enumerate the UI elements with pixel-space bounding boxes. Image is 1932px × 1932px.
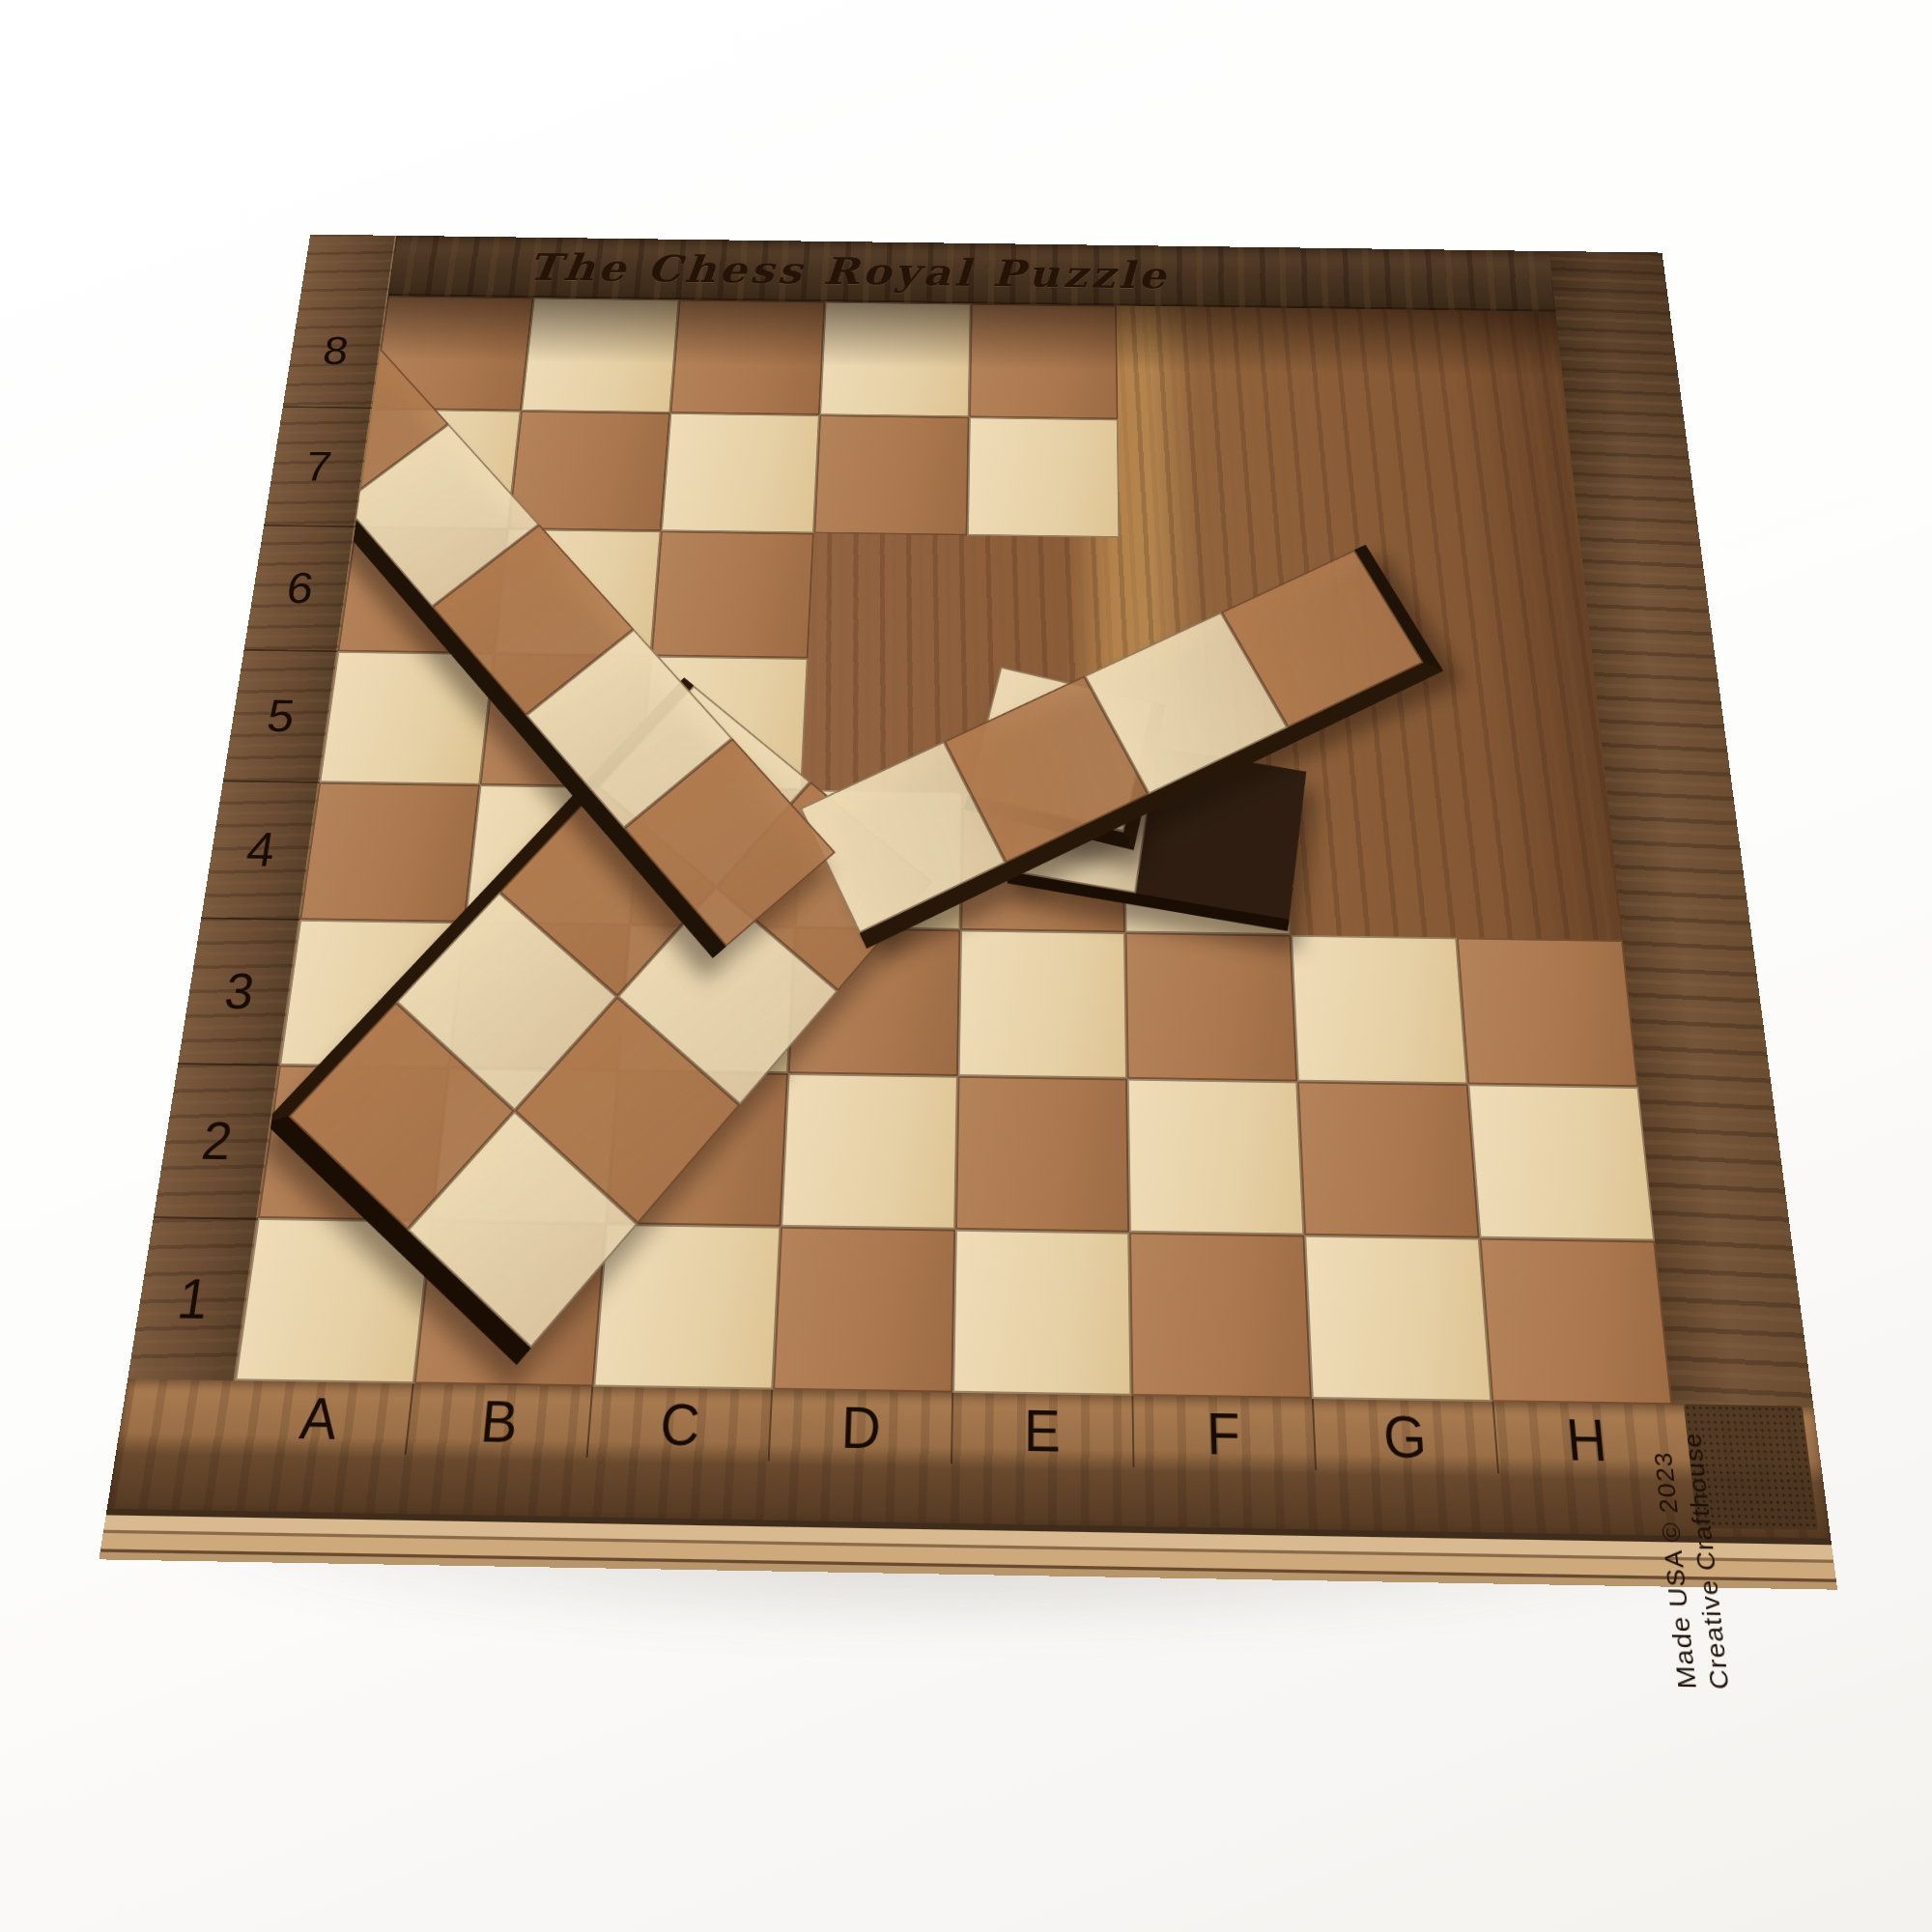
file-label-d: D (770, 1390, 953, 1464)
rank-label-5: 5 (223, 650, 338, 782)
tray (235, 296, 1672, 1405)
rank-label-7: 7 (264, 408, 372, 527)
file-label-c: C (588, 1386, 774, 1461)
rank-label-4: 4 (201, 781, 319, 921)
file-label-a: A (225, 1380, 414, 1455)
rank-label-8: 8 (283, 295, 388, 409)
loose-pieces-layer (235, 296, 1672, 1405)
file-label-g: G (1314, 1399, 1499, 1473)
scene: The Chess Royal Puzzle 87654321 Made USA… (97, 29, 1835, 1633)
board-title: The Chess Royal Puzzle (412, 243, 1286, 298)
photo-stage: The Chess Royal Puzzle 87654321 Made USA… (0, 0, 1932, 1932)
puzzle-board: The Chess Royal Puzzle 87654321 Made USA… (99, 235, 1837, 1590)
rank-label-6: 6 (244, 526, 355, 651)
file-label-b: B (407, 1383, 594, 1458)
file-label-f: F (1133, 1396, 1317, 1470)
file-label-e: E (952, 1393, 1134, 1467)
